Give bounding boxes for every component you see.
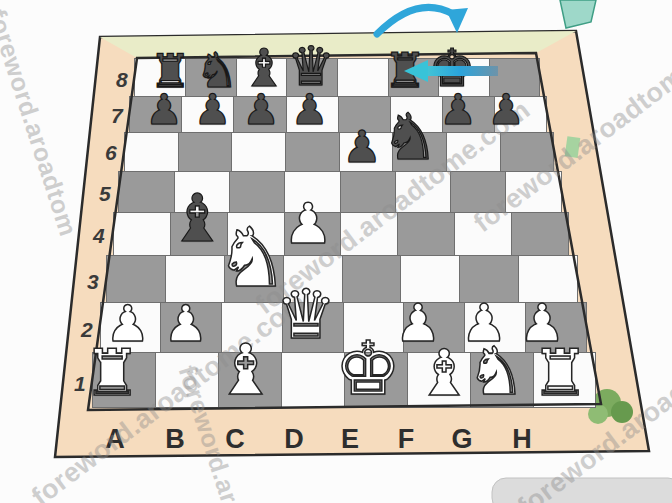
square-e4[interactable] <box>341 212 398 255</box>
file-label-c: C <box>225 424 245 455</box>
piece-white-bishop-c1[interactable]: ♝ <box>204 335 288 405</box>
rank-label-7: 7 <box>111 104 123 128</box>
square-c6[interactable] <box>232 132 286 171</box>
square-g6[interactable] <box>447 132 501 171</box>
rank-label-5: 5 <box>99 182 111 206</box>
piece-white-rook-h1[interactable]: ♜ <box>521 341 599 405</box>
square-f5[interactable] <box>396 171 451 212</box>
square-g4[interactable] <box>455 212 512 255</box>
file-label-b: B <box>165 424 185 455</box>
chess-illustration: ABCDEFGH87654321 ♜♞♝♛♜♚♟♟♟♟♟♟♟♞♝♟♞♟♟♛♟♟♟… <box>0 0 672 503</box>
square-h6[interactable] <box>501 132 555 171</box>
square-a6[interactable] <box>124 132 179 171</box>
file-label-a: A <box>105 424 125 455</box>
rank-label-3: 3 <box>87 270 99 294</box>
file-label-d: D <box>284 424 304 455</box>
rank-label-4: 4 <box>93 224 105 248</box>
square-f4[interactable] <box>398 212 455 255</box>
square-e3[interactable] <box>343 255 402 302</box>
file-label-f: F <box>398 424 415 455</box>
square-g5[interactable] <box>451 171 506 212</box>
square-h5[interactable] <box>506 171 561 212</box>
file-label-h: H <box>512 424 532 455</box>
square-d6[interactable] <box>286 132 340 171</box>
square-h4[interactable] <box>512 212 569 255</box>
piece-black-knight-f6[interactable]: ♞ <box>371 105 449 169</box>
file-label-g: G <box>451 424 472 455</box>
file-label-e: E <box>341 424 359 455</box>
square-e5[interactable] <box>341 171 396 212</box>
piece-black-pawn-d7[interactable]: ♟ <box>282 89 338 131</box>
piece-white-king-e1[interactable]: ♚ <box>324 331 412 405</box>
square-b6[interactable] <box>179 132 233 171</box>
piece-white-rook-a1[interactable]: ♜ <box>73 341 151 405</box>
rank-label-8: 8 <box>116 68 128 92</box>
piece-black-pawn-h7[interactable]: ♟ <box>478 89 534 131</box>
rank-label-6: 6 <box>105 141 117 165</box>
